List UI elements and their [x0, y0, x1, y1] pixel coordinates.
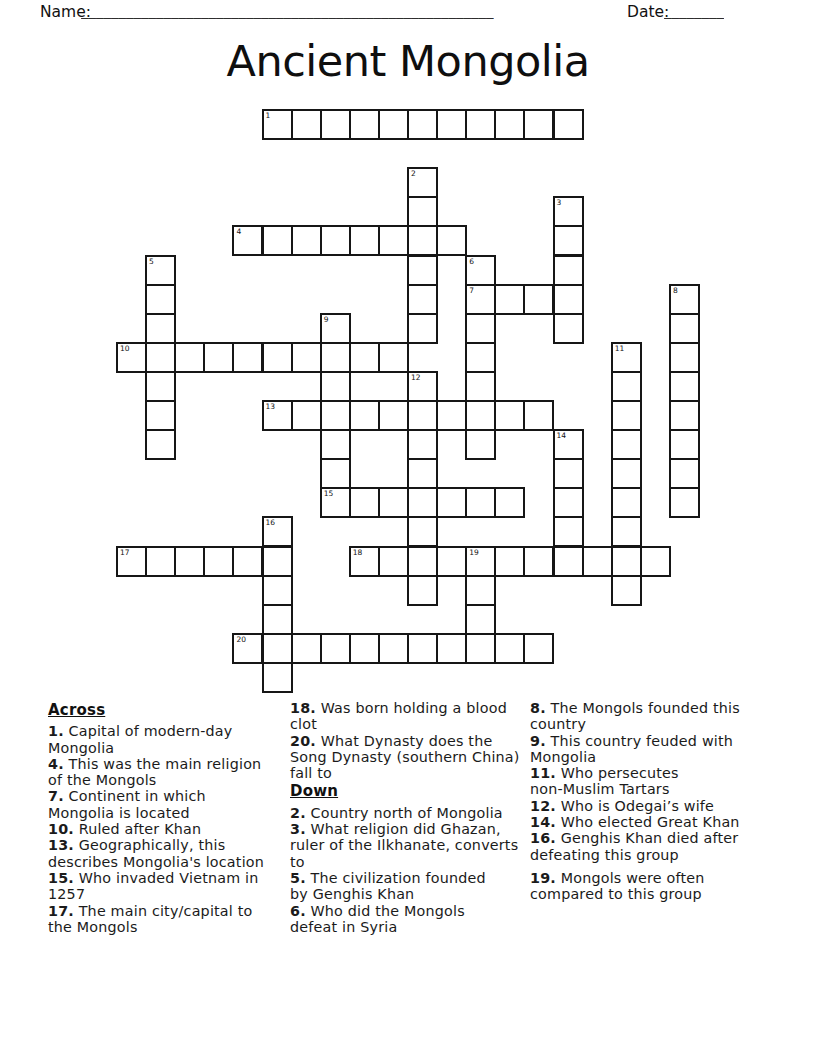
- grid-cell-r5c15[interactable]: [553, 255, 584, 286]
- grid-cell-r19c5[interactable]: [262, 662, 293, 693]
- grid-cell-r11c7[interactable]: [320, 429, 351, 460]
- grid-cell-r0c11[interactable]: [436, 109, 467, 140]
- grid-cell-r15c16[interactable]: [582, 546, 613, 577]
- grid-cell-r17c5[interactable]: [262, 604, 293, 635]
- cell-number-12: 12: [411, 373, 421, 382]
- grid-cell-r10c1[interactable]: [145, 400, 176, 431]
- grid-cell-r7c19[interactable]: [669, 313, 700, 344]
- grid-cell-r8c2[interactable]: [174, 342, 205, 373]
- grid-cell-r8c4[interactable]: [232, 342, 263, 373]
- grid-cell-r0c9[interactable]: [378, 109, 409, 140]
- clue-20: 20. What Dynasty does theSong Dynasty (s…: [290, 733, 534, 782]
- clue-number: 12.: [530, 798, 556, 814]
- grid-cell-r15c15[interactable]: [553, 546, 584, 577]
- cell-number-2: 2: [411, 169, 416, 178]
- grid-cell-r15c9[interactable]: [378, 546, 409, 577]
- clue-number: 19.: [530, 870, 556, 886]
- grid-cell-r18c11[interactable]: [436, 633, 467, 664]
- grid-cell-r16c17[interactable]: [611, 575, 642, 606]
- clue-number: 18.: [290, 700, 316, 716]
- grid-cell-r10c8[interactable]: [349, 400, 380, 431]
- grid-cell-r13c9[interactable]: [378, 487, 409, 518]
- clue-6: 6. Who did the Mongolsdefeat in Syria: [290, 903, 534, 936]
- clue-column-3: 8. The Mongols founded thiscountry9. Thi…: [530, 700, 774, 903]
- grid-cell-r16c12[interactable]: [465, 575, 496, 606]
- grid-cell-r10c14[interactable]: [523, 400, 554, 431]
- clue-13: 13. Geographically, thisdescribes Mongol…: [48, 837, 292, 870]
- clue-18: 18. Was born holding a bloodclot: [290, 700, 534, 733]
- worksheet-page: Name: __________________________________…: [0, 0, 816, 1056]
- grid-cell-r10c12[interactable]: [465, 400, 496, 431]
- grid-cell-r10c19[interactable]: [669, 400, 700, 431]
- grid-cell-r13c13[interactable]: [494, 487, 525, 518]
- grid-cell-r18c12[interactable]: [465, 633, 496, 664]
- cell-number-8: 8: [673, 286, 678, 295]
- grid-cell-r0c5[interactable]: 1: [262, 109, 293, 140]
- cell-number-7: 7: [469, 286, 474, 295]
- grid-cell-r12c17[interactable]: [611, 458, 642, 489]
- grid-cell-r4c11[interactable]: [436, 225, 467, 256]
- grid-cell-r13c17[interactable]: [611, 487, 642, 518]
- grid-cell-r15c0[interactable]: 17: [116, 546, 147, 577]
- grid-cell-r10c11[interactable]: [436, 400, 467, 431]
- grid-cell-r8c5[interactable]: [262, 342, 293, 373]
- grid-cell-r0c15[interactable]: [553, 109, 584, 140]
- grid-cell-r0c8[interactable]: [349, 109, 380, 140]
- clue-16: 16. Genghis Khan died afterdefeating thi…: [530, 830, 774, 863]
- grid-cell-r8c19[interactable]: [669, 342, 700, 373]
- clue-number: 5.: [290, 870, 306, 886]
- grid-cell-r18c13[interactable]: [494, 633, 525, 664]
- grid-cell-r0c6[interactable]: [291, 109, 322, 140]
- cell-number-9: 9: [324, 315, 329, 324]
- grid-cell-r5c12[interactable]: 6: [465, 255, 496, 286]
- clue-3: 3. What religion did Ghazan,ruler of the…: [290, 821, 534, 870]
- grid-cell-r13c8[interactable]: [349, 487, 380, 518]
- grid-cell-r4c8[interactable]: [349, 225, 380, 256]
- clue-number: 13.: [48, 837, 74, 853]
- clue-column-2: 18. Was born holding a bloodclot20. What…: [290, 700, 534, 935]
- grid-cell-r7c7[interactable]: 9: [320, 313, 351, 344]
- grid-cell-r3c15[interactable]: 3: [553, 196, 584, 227]
- grid-cell-r11c12[interactable]: [465, 429, 496, 460]
- grid-cell-r12c15[interactable]: [553, 458, 584, 489]
- grid-cell-r15c3[interactable]: [203, 546, 234, 577]
- clue-11: 11. Who persecutesnon-Muslim Tartars: [530, 765, 774, 798]
- clue-number: 4.: [48, 756, 64, 772]
- clue-number: 8.: [530, 700, 546, 716]
- grid-cell-r0c7[interactable]: [320, 109, 351, 140]
- cell-number-13: 13: [266, 402, 276, 411]
- clue-number: 20.: [290, 733, 316, 749]
- grid-cell-r15c2[interactable]: [174, 546, 205, 577]
- grid-cell-r5c10[interactable]: [407, 255, 438, 286]
- grid-cell-r10c7[interactable]: [320, 400, 351, 431]
- clue-8: 8. The Mongols founded thiscountry: [530, 700, 774, 733]
- cell-number-6: 6: [469, 257, 474, 266]
- grid-cell-r14c15[interactable]: [553, 516, 584, 547]
- grid-cell-r10c13[interactable]: [494, 400, 525, 431]
- grid-cell-r15c1[interactable]: [145, 546, 176, 577]
- grid-cell-r15c10[interactable]: [407, 546, 438, 577]
- grid-cell-r4c6[interactable]: [291, 225, 322, 256]
- clue-number: 10.: [48, 821, 74, 837]
- cell-number-10: 10: [120, 344, 130, 353]
- grid-cell-r18c7[interactable]: [320, 633, 351, 664]
- grid-cell-r17c12[interactable]: [465, 604, 496, 635]
- grid-cell-r15c18[interactable]: [640, 546, 671, 577]
- clue-19: 19. Mongols were oftencompared to this g…: [530, 870, 774, 903]
- grid-cell-r11c1[interactable]: [145, 429, 176, 460]
- grid-cell-r15c11[interactable]: [436, 546, 467, 577]
- clue-number: 15.: [48, 870, 74, 886]
- grid-cell-r10c17[interactable]: [611, 400, 642, 431]
- grid-cell-r15c14[interactable]: [523, 546, 554, 577]
- clue-4: 4. This was the main religionof the Mong…: [48, 756, 292, 789]
- grid-cell-r12c7[interactable]: [320, 458, 351, 489]
- grid-cell-r12c19[interactable]: [669, 458, 700, 489]
- clue-number: 1.: [48, 723, 64, 739]
- grid-cell-r8c3[interactable]: [203, 342, 234, 373]
- grid-cell-r0c13[interactable]: [494, 109, 525, 140]
- clue-1: 1. Capital of modern-dayMongolia: [48, 723, 292, 756]
- grid-cell-r4c15[interactable]: [553, 225, 584, 256]
- grid-cell-r0c14[interactable]: [523, 109, 554, 140]
- cell-number-17: 17: [120, 548, 130, 557]
- clue-number: 17.: [48, 903, 74, 919]
- grid-cell-r4c4[interactable]: 4: [232, 225, 263, 256]
- cell-number-16: 16: [266, 518, 276, 527]
- page-title: Ancient Mongolia: [0, 37, 816, 85]
- grid-cell-r13c15[interactable]: [553, 487, 584, 518]
- grid-cell-r18c9[interactable]: [378, 633, 409, 664]
- cell-number-3: 3: [557, 198, 562, 207]
- grid-cell-r9c12[interactable]: [465, 371, 496, 402]
- clue-number: 7.: [48, 788, 64, 804]
- grid-cell-r11c19[interactable]: [669, 429, 700, 460]
- grid-cell-r15c8[interactable]: 18: [349, 546, 380, 577]
- name-blank-line[interactable]: ________________________________________…: [81, 1, 494, 19]
- grid-cell-r8c17[interactable]: 11: [611, 342, 642, 373]
- date-blank-line[interactable]: ________: [664, 1, 724, 19]
- grid-cell-r8c6[interactable]: [291, 342, 322, 373]
- cell-number-19: 19: [469, 548, 479, 557]
- clue-17: 17. The main city/capital tothe Mongols: [48, 903, 292, 936]
- grid-cell-r2c10[interactable]: 2: [407, 167, 438, 198]
- grid-cell-r6c13[interactable]: [494, 284, 525, 315]
- grid-cell-r13c10[interactable]: [407, 487, 438, 518]
- grid-cell-r9c10[interactable]: 12: [407, 371, 438, 402]
- grid-cell-r18c10[interactable]: [407, 633, 438, 664]
- grid-cell-r14c5[interactable]: 16: [262, 516, 293, 547]
- cell-number-15: 15: [324, 489, 334, 498]
- clue-10: 10. Ruled after Khan: [48, 821, 292, 837]
- clue-2: 2. Country north of Mongolia: [290, 805, 534, 821]
- grid-cell-r12c10[interactable]: [407, 458, 438, 489]
- grid-cell-r0c12[interactable]: [465, 109, 496, 140]
- clue-number: 11.: [530, 765, 556, 781]
- grid-cell-r6c12[interactable]: 7: [465, 284, 496, 315]
- clue-number: 14.: [530, 814, 556, 830]
- grid-cell-r7c12[interactable]: [465, 313, 496, 344]
- grid-cell-r0c10[interactable]: [407, 109, 438, 140]
- cell-number-11: 11: [615, 344, 625, 353]
- grid-cell-r10c9[interactable]: [378, 400, 409, 431]
- clue-number: 3.: [290, 821, 306, 837]
- clue-9: 9. This country feuded withMongolia: [530, 733, 774, 766]
- clue-number: 16.: [530, 830, 556, 846]
- grid-cell-r6c14[interactable]: [523, 284, 554, 315]
- grid-cell-r8c0[interactable]: 10: [116, 342, 147, 373]
- grid-cell-r13c19[interactable]: [669, 487, 700, 518]
- date-label: Date:: [627, 3, 669, 21]
- grid-cell-r9c19[interactable]: [669, 371, 700, 402]
- grid-cell-r9c1[interactable]: [145, 371, 176, 402]
- clue-header-across: Across: [48, 702, 292, 718]
- grid-cell-r8c9[interactable]: [378, 342, 409, 373]
- grid-cell-r6c15[interactable]: [553, 284, 584, 315]
- grid-cell-r10c6[interactable]: [291, 400, 322, 431]
- grid-cell-r18c6[interactable]: [291, 633, 322, 664]
- grid-cell-r9c7[interactable]: [320, 371, 351, 402]
- grid-cell-r18c5[interactable]: [262, 633, 293, 664]
- grid-cell-r10c5[interactable]: 13: [262, 400, 293, 431]
- grid-cell-r8c1[interactable]: [145, 342, 176, 373]
- grid-cell-r8c12[interactable]: [465, 342, 496, 373]
- grid-cell-r4c7[interactable]: [320, 225, 351, 256]
- grid-cell-r4c9[interactable]: [378, 225, 409, 256]
- grid-cell-r16c5[interactable]: [262, 575, 293, 606]
- clue-number: 2.: [290, 805, 306, 821]
- cell-number-5: 5: [149, 257, 154, 266]
- grid-cell-r6c19[interactable]: 8: [669, 284, 700, 315]
- cell-number-18: 18: [353, 548, 363, 557]
- grid-cell-r15c5[interactable]: [262, 546, 293, 577]
- clue-14: 14. Who elected Great Khan: [530, 814, 774, 830]
- grid-cell-r13c11[interactable]: [436, 487, 467, 518]
- grid-cell-r18c8[interactable]: [349, 633, 380, 664]
- clue-number: 6.: [290, 903, 306, 919]
- grid-cell-r3c10[interactable]: [407, 196, 438, 227]
- grid-cell-r9c17[interactable]: [611, 371, 642, 402]
- grid-cell-r15c17[interactable]: [611, 546, 642, 577]
- cell-number-14: 14: [557, 431, 567, 440]
- clue-header-down: Down: [290, 783, 534, 799]
- clue-7: 7. Continent in whichMongolia is located: [48, 788, 292, 821]
- grid-cell-r7c1[interactable]: [145, 313, 176, 344]
- grid-cell-r11c17[interactable]: [611, 429, 642, 460]
- grid-cell-r18c14[interactable]: [523, 633, 554, 664]
- grid-cell-r15c4[interactable]: [232, 546, 263, 577]
- grid-cell-r13c12[interactable]: [465, 487, 496, 518]
- cell-number-1: 1: [266, 111, 271, 120]
- grid-cell-r13c7[interactable]: 15: [320, 487, 351, 518]
- grid-cell-r7c10[interactable]: [407, 313, 438, 344]
- grid-cell-r8c8[interactable]: [349, 342, 380, 373]
- grid-cell-r5c1[interactable]: 5: [145, 255, 176, 286]
- cell-number-20: 20: [236, 635, 246, 644]
- grid-cell-r14c10[interactable]: [407, 516, 438, 547]
- clue-15: 15. Who invaded Vietnam in1257: [48, 870, 292, 903]
- grid-cell-r10c10[interactable]: [407, 400, 438, 431]
- grid-cell-r4c5[interactable]: [262, 225, 293, 256]
- grid-cell-r11c10[interactable]: [407, 429, 438, 460]
- grid-cell-r16c10[interactable]: [407, 575, 438, 606]
- grid-cell-r4c10[interactable]: [407, 225, 438, 256]
- grid-cell-r6c1[interactable]: [145, 284, 176, 315]
- grid-cell-r8c7[interactable]: [320, 342, 351, 373]
- clue-12: 12. Who is Odegai’s wife: [530, 798, 774, 814]
- grid-cell-r6c10[interactable]: [407, 284, 438, 315]
- clue-number: 9.: [530, 733, 546, 749]
- grid-cell-r14c17[interactable]: [611, 516, 642, 547]
- cell-number-4: 4: [236, 227, 241, 236]
- clue-column-1: Across1. Capital of modern-dayMongolia4.…: [48, 700, 292, 935]
- grid-cell-r15c12[interactable]: 19: [465, 546, 496, 577]
- grid-cell-r15c13[interactable]: [494, 546, 525, 577]
- grid-cell-r7c15[interactable]: [553, 313, 584, 344]
- grid-cell-r11c15[interactable]: 14: [553, 429, 584, 460]
- grid-cell-r18c4[interactable]: 20: [232, 633, 263, 664]
- clue-5: 5. The civilization foundedby Genghis Kh…: [290, 870, 534, 903]
